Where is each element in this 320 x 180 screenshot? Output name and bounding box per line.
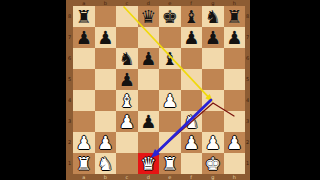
- black-king: ♚: [162, 8, 178, 26]
- black-queen: ♛: [140, 8, 156, 26]
- rank-label-left-7: 7: [66, 27, 73, 48]
- rank-label-left-8: 8: [66, 6, 73, 27]
- black-pawn: ♟: [226, 29, 242, 47]
- square-d1-highlighted[interactable]: ♛: [138, 153, 160, 174]
- black-knight: ♞: [119, 50, 135, 68]
- white-pawn: ♟: [162, 92, 178, 110]
- square-a7[interactable]: ♟: [73, 27, 95, 48]
- black-pawn: ♟: [97, 29, 113, 47]
- square-f3[interactable]: ♞: [181, 111, 203, 132]
- square-g8[interactable]: ♞: [202, 6, 224, 27]
- white-bishop: ♝: [119, 92, 135, 110]
- square-g7[interactable]: ♟: [202, 27, 224, 48]
- square-h5[interactable]: [224, 69, 246, 90]
- square-f2[interactable]: ♟: [181, 132, 203, 153]
- file-label-bottom-e: e: [159, 174, 181, 180]
- letterboxed-video-frame: abcdefgh abcdefgh 87654321 87654321 ♜♛♚♝…: [0, 0, 320, 180]
- rank-label-left-1: 1: [66, 153, 73, 174]
- square-a1[interactable]: ♜: [73, 153, 95, 174]
- square-e7[interactable]: [159, 27, 181, 48]
- black-pawn: ♟: [119, 71, 135, 89]
- square-c4[interactable]: ♝: [116, 90, 138, 111]
- rank-labels-right: 87654321: [245, 6, 250, 174]
- white-pawn: ♟: [76, 134, 92, 152]
- square-d8[interactable]: ♛: [138, 6, 160, 27]
- square-e8[interactable]: ♚: [159, 6, 181, 27]
- square-b5[interactable]: [95, 69, 117, 90]
- rank-label-right-3: 3: [245, 111, 250, 132]
- square-g3[interactable]: [202, 111, 224, 132]
- square-h8[interactable]: ♜: [224, 6, 246, 27]
- square-e6[interactable]: ♝: [159, 48, 181, 69]
- black-knight: ♞: [205, 8, 221, 26]
- white-pawn: ♟: [97, 134, 113, 152]
- black-bishop: ♝: [162, 50, 178, 68]
- black-bishop: ♝: [183, 8, 199, 26]
- white-pawn: ♟: [183, 134, 199, 152]
- rank-label-left-4: 4: [66, 90, 73, 111]
- square-d3[interactable]: ♟: [138, 111, 160, 132]
- square-a3[interactable]: [73, 111, 95, 132]
- square-h4[interactable]: [224, 90, 246, 111]
- rank-label-right-7: 7: [245, 27, 250, 48]
- rank-label-right-1: 1: [245, 153, 250, 174]
- square-b7[interactable]: ♟: [95, 27, 117, 48]
- rank-label-right-8: 8: [245, 6, 250, 27]
- square-e1[interactable]: ♜: [159, 153, 181, 174]
- file-label-bottom-d: d: [138, 174, 160, 180]
- square-a8[interactable]: ♜: [73, 6, 95, 27]
- file-label-bottom-b: b: [95, 174, 117, 180]
- square-b4[interactable]: [95, 90, 117, 111]
- white-pawn: ♟: [226, 134, 242, 152]
- square-d7[interactable]: [138, 27, 160, 48]
- square-c6[interactable]: ♞: [116, 48, 138, 69]
- square-f5[interactable]: [181, 69, 203, 90]
- square-c2[interactable]: [116, 132, 138, 153]
- white-queen: ♛: [140, 155, 156, 173]
- square-e5[interactable]: [159, 69, 181, 90]
- square-g4[interactable]: [202, 90, 224, 111]
- white-rook: ♜: [76, 155, 92, 173]
- square-f7[interactable]: ♟: [181, 27, 203, 48]
- board-grid: ♜♛♚♝♞♜♟♟♟♟♟♞♟♝♟♝♟♟♟♞♟♟♟♟♟♜♞♛♜♚: [73, 6, 245, 174]
- square-b8[interactable]: [95, 6, 117, 27]
- black-rook: ♜: [76, 8, 92, 26]
- square-b3[interactable]: [95, 111, 117, 132]
- square-h3[interactable]: [224, 111, 246, 132]
- square-d6[interactable]: ♟: [138, 48, 160, 69]
- square-c7[interactable]: [116, 27, 138, 48]
- square-b2[interactable]: ♟: [95, 132, 117, 153]
- black-pawn: ♟: [140, 50, 156, 68]
- rank-label-right-5: 5: [245, 69, 250, 90]
- square-e4[interactable]: ♟: [159, 90, 181, 111]
- file-label-bottom-h: h: [224, 174, 246, 180]
- file-label-bottom-c: c: [116, 174, 138, 180]
- square-f4[interactable]: [181, 90, 203, 111]
- square-d4[interactable]: [138, 90, 160, 111]
- square-b1[interactable]: ♞: [95, 153, 117, 174]
- square-h6[interactable]: [224, 48, 246, 69]
- rank-label-left-3: 3: [66, 111, 73, 132]
- square-f6[interactable]: [181, 48, 203, 69]
- square-e2[interactable]: [159, 132, 181, 153]
- rank-label-right-6: 6: [245, 48, 250, 69]
- rank-labels-left: 87654321: [66, 6, 73, 174]
- square-c3[interactable]: ♟: [116, 111, 138, 132]
- square-h2[interactable]: ♟: [224, 132, 246, 153]
- rank-label-right-2: 2: [245, 132, 250, 153]
- square-c1[interactable]: [116, 153, 138, 174]
- white-knight: ♞: [97, 155, 113, 173]
- square-a4[interactable]: [73, 90, 95, 111]
- chess-board: abcdefgh abcdefgh 87654321 87654321 ♜♛♚♝…: [66, 0, 250, 180]
- square-c8[interactable]: [116, 6, 138, 27]
- square-h7[interactable]: ♟: [224, 27, 246, 48]
- white-pawn: ♟: [119, 113, 135, 131]
- white-knight: ♞: [183, 113, 199, 131]
- square-a6[interactable]: [73, 48, 95, 69]
- square-f8[interactable]: ♝: [181, 6, 203, 27]
- square-g6[interactable]: [202, 48, 224, 69]
- square-g5[interactable]: [202, 69, 224, 90]
- file-label-bottom-g: g: [202, 174, 224, 180]
- rank-label-right-4: 4: [245, 90, 250, 111]
- square-f1[interactable]: [181, 153, 203, 174]
- white-king: ♚: [205, 155, 221, 173]
- square-d5[interactable]: [138, 69, 160, 90]
- square-g2[interactable]: ♟: [202, 132, 224, 153]
- black-pawn: ♟: [76, 29, 92, 47]
- white-rook: ♜: [162, 155, 178, 173]
- square-b6[interactable]: [95, 48, 117, 69]
- square-g1[interactable]: ♚: [202, 153, 224, 174]
- file-labels-bottom: abcdefgh: [73, 174, 245, 180]
- black-rook: ♜: [226, 8, 242, 26]
- square-a5[interactable]: [73, 69, 95, 90]
- black-pawn: ♟: [183, 29, 199, 47]
- square-h1[interactable]: [224, 153, 246, 174]
- square-e3[interactable]: [159, 111, 181, 132]
- white-pawn: ♟: [205, 134, 221, 152]
- square-c5[interactable]: ♟: [116, 69, 138, 90]
- rank-label-left-2: 2: [66, 132, 73, 153]
- rank-label-left-6: 6: [66, 48, 73, 69]
- square-a2[interactable]: ♟: [73, 132, 95, 153]
- square-d2[interactable]: [138, 132, 160, 153]
- file-label-bottom-f: f: [181, 174, 203, 180]
- rank-label-left-5: 5: [66, 69, 73, 90]
- file-label-bottom-a: a: [73, 174, 95, 180]
- black-pawn: ♟: [205, 29, 221, 47]
- black-pawn: ♟: [140, 113, 156, 131]
